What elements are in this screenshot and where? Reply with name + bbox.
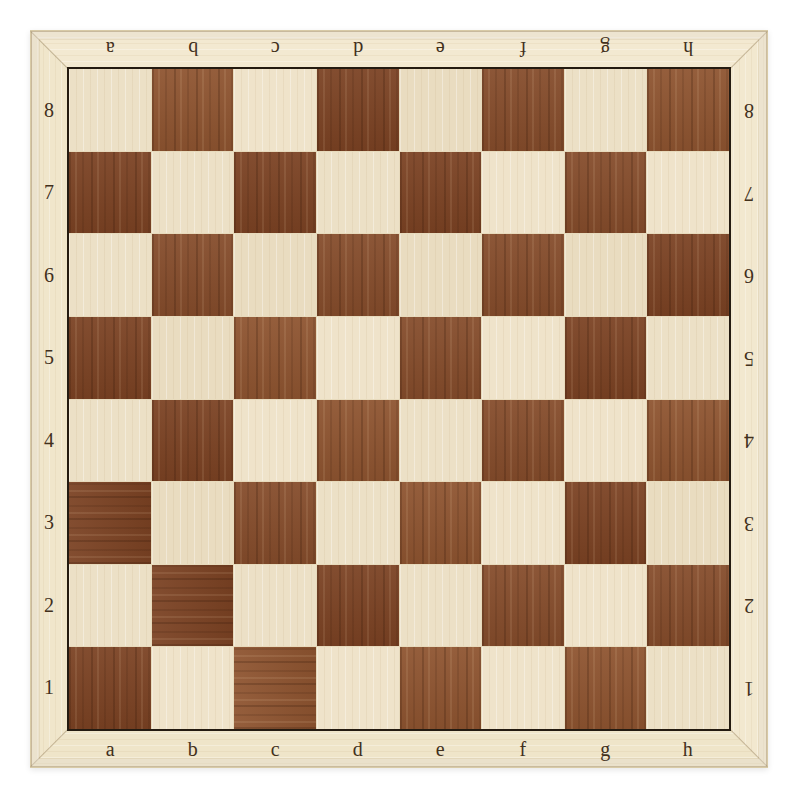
- square-a6[interactable]: [69, 234, 151, 316]
- square-b1[interactable]: [152, 647, 234, 729]
- square-d3[interactable]: [317, 482, 399, 564]
- square-a4[interactable]: [69, 400, 151, 482]
- square-f1[interactable]: [482, 647, 564, 729]
- square-b3[interactable]: [152, 482, 234, 564]
- square-h7[interactable]: [647, 152, 729, 234]
- square-g5[interactable]: [565, 317, 647, 399]
- square-c7[interactable]: [234, 152, 316, 234]
- square-g8[interactable]: [565, 69, 647, 151]
- square-e6[interactable]: [400, 234, 482, 316]
- square-h8[interactable]: [647, 69, 729, 151]
- photo-background: abcdefgh abcdefgh 87654321 87654321: [0, 0, 799, 800]
- square-a8[interactable]: [69, 69, 151, 151]
- square-f5[interactable]: [482, 317, 564, 399]
- square-f8[interactable]: [482, 69, 564, 151]
- square-f6[interactable]: [482, 234, 564, 316]
- square-c5[interactable]: [234, 317, 316, 399]
- chess-board: abcdefgh abcdefgh 87654321 87654321: [30, 30, 768, 768]
- square-g2[interactable]: [565, 565, 647, 647]
- square-b6[interactable]: [152, 234, 234, 316]
- frame-right: [727, 31, 767, 767]
- square-a5[interactable]: [69, 317, 151, 399]
- square-a3[interactable]: [69, 482, 151, 564]
- square-f3[interactable]: [482, 482, 564, 564]
- square-b5[interactable]: [152, 317, 234, 399]
- square-e8[interactable]: [400, 69, 482, 151]
- square-c2[interactable]: [234, 565, 316, 647]
- square-b8[interactable]: [152, 69, 234, 151]
- square-c4[interactable]: [234, 400, 316, 482]
- square-c6[interactable]: [234, 234, 316, 316]
- square-e1[interactable]: [400, 647, 482, 729]
- board-squares: [67, 67, 731, 731]
- square-d7[interactable]: [317, 152, 399, 234]
- frame-bottom: [31, 727, 767, 767]
- square-b2[interactable]: [152, 565, 234, 647]
- square-a2[interactable]: [69, 565, 151, 647]
- square-g4[interactable]: [565, 400, 647, 482]
- square-b7[interactable]: [152, 152, 234, 234]
- square-h2[interactable]: [647, 565, 729, 647]
- square-e2[interactable]: [400, 565, 482, 647]
- square-g3[interactable]: [565, 482, 647, 564]
- square-h5[interactable]: [647, 317, 729, 399]
- square-c8[interactable]: [234, 69, 316, 151]
- square-g6[interactable]: [565, 234, 647, 316]
- square-h4[interactable]: [647, 400, 729, 482]
- square-d6[interactable]: [317, 234, 399, 316]
- square-a7[interactable]: [69, 152, 151, 234]
- square-f4[interactable]: [482, 400, 564, 482]
- square-f2[interactable]: [482, 565, 564, 647]
- square-h1[interactable]: [647, 647, 729, 729]
- square-h6[interactable]: [647, 234, 729, 316]
- square-d8[interactable]: [317, 69, 399, 151]
- square-g7[interactable]: [565, 152, 647, 234]
- frame-left: [31, 31, 71, 767]
- square-f7[interactable]: [482, 152, 564, 234]
- square-h3[interactable]: [647, 482, 729, 564]
- square-c3[interactable]: [234, 482, 316, 564]
- frame-top: [31, 31, 767, 71]
- square-a1[interactable]: [69, 647, 151, 729]
- square-e7[interactable]: [400, 152, 482, 234]
- square-d4[interactable]: [317, 400, 399, 482]
- square-b4[interactable]: [152, 400, 234, 482]
- square-d1[interactable]: [317, 647, 399, 729]
- square-g1[interactable]: [565, 647, 647, 729]
- square-e3[interactable]: [400, 482, 482, 564]
- square-d5[interactable]: [317, 317, 399, 399]
- square-e4[interactable]: [400, 400, 482, 482]
- square-d2[interactable]: [317, 565, 399, 647]
- square-e5[interactable]: [400, 317, 482, 399]
- square-c1[interactable]: [234, 647, 316, 729]
